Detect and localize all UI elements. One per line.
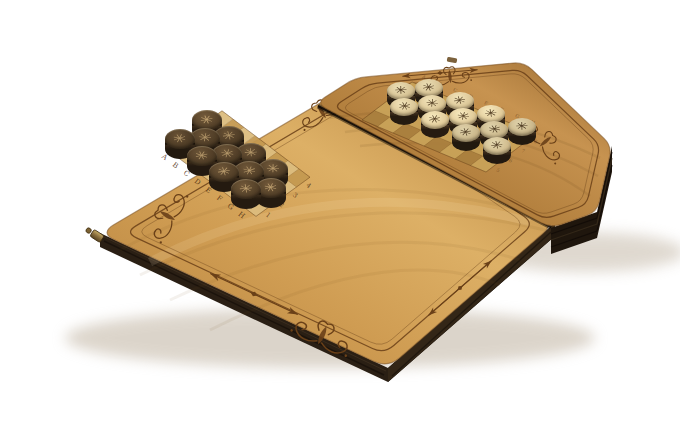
board-photo-scene: ABCDEFGH1234ABCDEFGH5678 [0, 0, 680, 425]
checker-piece-light[interactable]: ✳ [483, 137, 511, 164]
metal-latch-icon [447, 57, 458, 64]
piece-top: ✳ [390, 98, 418, 116]
piece-top: ✳ [421, 111, 449, 129]
checker-piece-light[interactable]: ✳ [508, 118, 536, 145]
piece-top: ✳ [508, 118, 536, 136]
checker-piece-light[interactable]: ✳ [390, 98, 418, 125]
checker-piece-light[interactable]: ✳ [452, 124, 480, 151]
file-label: B [171, 161, 180, 170]
piece-top: ✳ [452, 124, 480, 142]
board-photo: ABCDEFGH1234ABCDEFGH5678 ✳✳✳✳✳✳✳✳✳✳✳✳✳✳✳… [0, 0, 680, 425]
star-engraving-icon: ✳ [417, 97, 446, 111]
star-engraving-icon: ✳ [448, 109, 479, 125]
star-engraving-icon: ✳ [476, 106, 506, 120]
star-engraving-icon: ✳ [230, 181, 262, 197]
star-engraving-icon: ✳ [444, 92, 475, 108]
star-engraving-icon: ✳ [508, 120, 536, 133]
star-engraving-icon: ✳ [387, 84, 415, 97]
star-engraving-icon: ✳ [450, 124, 482, 141]
checker-piece-dark[interactable]: ✳ [231, 179, 261, 209]
star-engraving-icon: ✳ [482, 138, 512, 153]
piece-top: ✳ [483, 137, 511, 155]
checker-piece-light[interactable]: ✳ [421, 111, 449, 138]
metal-clasp-icon [84, 226, 104, 243]
